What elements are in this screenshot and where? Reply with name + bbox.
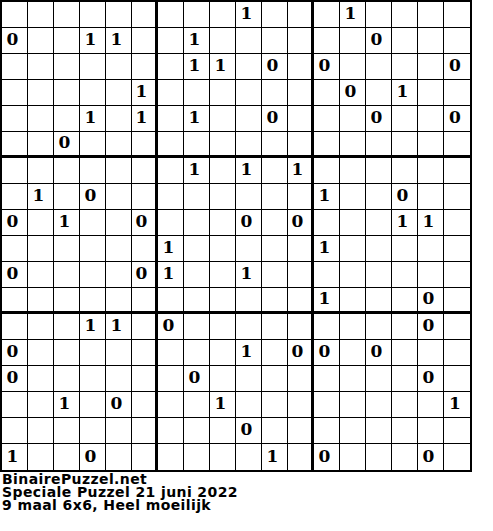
cell-r16-c0[interactable] [2, 418, 28, 444]
cell-r1-c7[interactable]: 1 [184, 28, 210, 54]
cell-r13-c11[interactable]: 0 [288, 340, 314, 366]
cell-r10-c10[interactable] [262, 262, 288, 288]
cell-r14-c14[interactable] [366, 366, 392, 392]
cell-r17-c2[interactable] [54, 444, 80, 470]
cell-r6-c8[interactable] [210, 158, 236, 184]
cell-r14-c7[interactable]: 0 [184, 366, 210, 392]
cell-r13-c3[interactable] [80, 340, 106, 366]
cell-r1-c14[interactable]: 0 [366, 28, 392, 54]
cell-r13-c13[interactable] [340, 340, 366, 366]
cell-r14-c17[interactable] [444, 366, 470, 392]
cell-r17-c12[interactable]: 0 [314, 444, 340, 470]
cell-r12-c13[interactable] [340, 314, 366, 340]
cell-r1-c17[interactable] [444, 28, 470, 54]
cell-r5-c11[interactable] [288, 132, 314, 158]
cell-r5-c12[interactable] [314, 132, 340, 158]
cell-r0-c13[interactable]: 1 [340, 2, 366, 28]
cell-r15-c8[interactable]: 1 [210, 392, 236, 418]
cell-r8-c7[interactable] [184, 210, 210, 236]
cell-r1-c16[interactable] [418, 28, 444, 54]
cell-r7-c8[interactable] [210, 184, 236, 210]
cell-r6-c10[interactable] [262, 158, 288, 184]
cell-r9-c15[interactable] [392, 236, 418, 262]
cell-r5-c10[interactable] [262, 132, 288, 158]
cell-r13-c15[interactable] [392, 340, 418, 366]
cell-r4-c8[interactable] [210, 106, 236, 132]
cell-r4-c16[interactable] [418, 106, 444, 132]
cell-r9-c3[interactable] [80, 236, 106, 262]
cell-r4-c11[interactable] [288, 106, 314, 132]
cell-r8-c17[interactable] [444, 210, 470, 236]
cell-r14-c8[interactable] [210, 366, 236, 392]
cell-r15-c13[interactable] [340, 392, 366, 418]
cell-r8-c11[interactable]: 0 [288, 210, 314, 236]
cell-r17-c10[interactable]: 1 [262, 444, 288, 470]
cell-r12-c3[interactable]: 1 [80, 314, 106, 340]
cell-r17-c7[interactable] [184, 444, 210, 470]
cell-r13-c17[interactable] [444, 340, 470, 366]
cell-r3-c9[interactable] [236, 80, 262, 106]
cell-r17-c4[interactable] [106, 444, 132, 470]
cell-r4-c0[interactable] [2, 106, 28, 132]
cell-r2-c6[interactable] [158, 54, 184, 80]
cell-r16-c7[interactable] [184, 418, 210, 444]
cell-r11-c4[interactable] [106, 288, 132, 314]
cell-r2-c5[interactable] [132, 54, 158, 80]
cell-r8-c12[interactable] [314, 210, 340, 236]
cell-r9-c16[interactable] [418, 236, 444, 262]
cell-r7-c9[interactable] [236, 184, 262, 210]
cell-r16-c5[interactable] [132, 418, 158, 444]
cell-r2-c0[interactable] [2, 54, 28, 80]
cell-r9-c11[interactable] [288, 236, 314, 262]
cell-r17-c13[interactable] [340, 444, 366, 470]
cell-r8-c8[interactable] [210, 210, 236, 236]
cell-r7-c12[interactable]: 1 [314, 184, 340, 210]
cell-r9-c13[interactable] [340, 236, 366, 262]
cell-r14-c10[interactable] [262, 366, 288, 392]
cell-r15-c17[interactable]: 1 [444, 392, 470, 418]
cell-r2-c14[interactable] [366, 54, 392, 80]
cell-r0-c3[interactable] [80, 2, 106, 28]
cell-r11-c3[interactable] [80, 288, 106, 314]
cell-r4-c2[interactable] [54, 106, 80, 132]
cell-r17-c11[interactable] [288, 444, 314, 470]
cell-r15-c2[interactable]: 1 [54, 392, 80, 418]
cell-r5-c4[interactable] [106, 132, 132, 158]
cell-r5-c8[interactable] [210, 132, 236, 158]
cell-r4-c10[interactable]: 0 [262, 106, 288, 132]
cell-r1-c10[interactable] [262, 28, 288, 54]
cell-r17-c17[interactable] [444, 444, 470, 470]
cell-r5-c1[interactable] [28, 132, 54, 158]
cell-r12-c8[interactable] [210, 314, 236, 340]
cell-r4-c5[interactable]: 1 [132, 106, 158, 132]
cell-r12-c17[interactable] [444, 314, 470, 340]
cell-r5-c13[interactable] [340, 132, 366, 158]
cell-r2-c16[interactable] [418, 54, 444, 80]
cell-r3-c6[interactable] [158, 80, 184, 106]
cell-r15-c7[interactable] [184, 392, 210, 418]
cell-r17-c5[interactable] [132, 444, 158, 470]
cell-r10-c1[interactable] [28, 262, 54, 288]
cell-r13-c5[interactable] [132, 340, 158, 366]
cell-r5-c6[interactable] [158, 132, 184, 158]
cell-r10-c7[interactable] [184, 262, 210, 288]
cell-r10-c8[interactable] [210, 262, 236, 288]
cell-r3-c17[interactable] [444, 80, 470, 106]
cell-r11-c9[interactable] [236, 288, 262, 314]
cell-r7-c14[interactable] [366, 184, 392, 210]
cell-r14-c4[interactable] [106, 366, 132, 392]
cell-r2-c7[interactable]: 1 [184, 54, 210, 80]
cell-r11-c12[interactable]: 1 [314, 288, 340, 314]
cell-r17-c1[interactable] [28, 444, 54, 470]
cell-r8-c15[interactable]: 1 [392, 210, 418, 236]
cell-r13-c9[interactable]: 1 [236, 340, 262, 366]
cell-r3-c3[interactable] [80, 80, 106, 106]
cell-r9-c7[interactable] [184, 236, 210, 262]
cell-r13-c10[interactable] [262, 340, 288, 366]
cell-r8-c1[interactable] [28, 210, 54, 236]
cell-r12-c5[interactable] [132, 314, 158, 340]
cell-r1-c8[interactable] [210, 28, 236, 54]
cell-r0-c11[interactable] [288, 2, 314, 28]
cell-r15-c0[interactable] [2, 392, 28, 418]
cell-r12-c2[interactable] [54, 314, 80, 340]
cell-r12-c4[interactable]: 1 [106, 314, 132, 340]
cell-r12-c6[interactable]: 0 [158, 314, 184, 340]
cell-r5-c3[interactable] [80, 132, 106, 158]
cell-r11-c14[interactable] [366, 288, 392, 314]
cell-r12-c1[interactable] [28, 314, 54, 340]
cell-r16-c9[interactable]: 0 [236, 418, 262, 444]
cell-r7-c5[interactable] [132, 184, 158, 210]
cell-r3-c5[interactable]: 1 [132, 80, 158, 106]
cell-r3-c16[interactable] [418, 80, 444, 106]
cell-r6-c6[interactable] [158, 158, 184, 184]
cell-r0-c9[interactable]: 1 [236, 2, 262, 28]
cell-r3-c13[interactable]: 0 [340, 80, 366, 106]
cell-r12-c7[interactable] [184, 314, 210, 340]
cell-r9-c17[interactable] [444, 236, 470, 262]
cell-r1-c13[interactable] [340, 28, 366, 54]
cell-r9-c2[interactable] [54, 236, 80, 262]
cell-r7-c1[interactable]: 1 [28, 184, 54, 210]
cell-r8-c5[interactable]: 0 [132, 210, 158, 236]
cell-r6-c3[interactable] [80, 158, 106, 184]
cell-r13-c1[interactable] [28, 340, 54, 366]
cell-r13-c2[interactable] [54, 340, 80, 366]
cell-r10-c0[interactable]: 0 [2, 262, 28, 288]
cell-r3-c7[interactable] [184, 80, 210, 106]
cell-r5-c17[interactable] [444, 132, 470, 158]
cell-r2-c4[interactable] [106, 54, 132, 80]
cell-r2-c8[interactable]: 1 [210, 54, 236, 80]
cell-r4-c4[interactable] [106, 106, 132, 132]
cell-r14-c15[interactable] [392, 366, 418, 392]
cell-r5-c9[interactable] [236, 132, 262, 158]
cell-r2-c10[interactable]: 0 [262, 54, 288, 80]
cell-r0-c8[interactable] [210, 2, 236, 28]
cell-r10-c15[interactable] [392, 262, 418, 288]
cell-r15-c6[interactable] [158, 392, 184, 418]
cell-r16-c13[interactable] [340, 418, 366, 444]
cell-r3-c4[interactable] [106, 80, 132, 106]
cell-r2-c13[interactable] [340, 54, 366, 80]
cell-r7-c6[interactable] [158, 184, 184, 210]
cell-r9-c8[interactable] [210, 236, 236, 262]
cell-r17-c14[interactable] [366, 444, 392, 470]
cell-r6-c17[interactable] [444, 158, 470, 184]
cell-r7-c3[interactable]: 0 [80, 184, 106, 210]
cell-r8-c13[interactable] [340, 210, 366, 236]
cell-r9-c4[interactable] [106, 236, 132, 262]
cell-r16-c14[interactable] [366, 418, 392, 444]
cell-r0-c10[interactable] [262, 2, 288, 28]
cell-r0-c17[interactable] [444, 2, 470, 28]
cell-r15-c9[interactable] [236, 392, 262, 418]
cell-r1-c12[interactable] [314, 28, 340, 54]
cell-r11-c11[interactable] [288, 288, 314, 314]
cell-r0-c2[interactable] [54, 2, 80, 28]
cell-r15-c14[interactable] [366, 392, 392, 418]
cell-r11-c1[interactable] [28, 288, 54, 314]
cell-r1-c0[interactable]: 0 [2, 28, 28, 54]
cell-r5-c16[interactable] [418, 132, 444, 158]
cell-r7-c11[interactable] [288, 184, 314, 210]
cell-r11-c10[interactable] [262, 288, 288, 314]
cell-r10-c11[interactable] [288, 262, 314, 288]
cell-r15-c10[interactable] [262, 392, 288, 418]
cell-r0-c15[interactable] [392, 2, 418, 28]
cell-r13-c0[interactable]: 0 [2, 340, 28, 366]
cell-r9-c0[interactable] [2, 236, 28, 262]
cell-r4-c3[interactable]: 1 [80, 106, 106, 132]
cell-r4-c17[interactable]: 0 [444, 106, 470, 132]
cell-r6-c14[interactable] [366, 158, 392, 184]
cell-r6-c11[interactable]: 1 [288, 158, 314, 184]
cell-r11-c7[interactable] [184, 288, 210, 314]
cell-r0-c16[interactable] [418, 2, 444, 28]
cell-r14-c9[interactable] [236, 366, 262, 392]
cell-r6-c1[interactable] [28, 158, 54, 184]
cell-r8-c10[interactable] [262, 210, 288, 236]
cell-r10-c14[interactable] [366, 262, 392, 288]
cell-r11-c6[interactable] [158, 288, 184, 314]
cell-r16-c2[interactable] [54, 418, 80, 444]
cell-r8-c9[interactable]: 0 [236, 210, 262, 236]
cell-r15-c11[interactable] [288, 392, 314, 418]
cell-r17-c15[interactable] [392, 444, 418, 470]
cell-r17-c8[interactable] [210, 444, 236, 470]
cell-r8-c16[interactable]: 1 [418, 210, 444, 236]
cell-r17-c6[interactable] [158, 444, 184, 470]
cell-r7-c7[interactable] [184, 184, 210, 210]
cell-r1-c1[interactable] [28, 28, 54, 54]
cell-r13-c16[interactable] [418, 340, 444, 366]
cell-r0-c7[interactable] [184, 2, 210, 28]
cell-r16-c12[interactable] [314, 418, 340, 444]
cell-r3-c12[interactable] [314, 80, 340, 106]
cell-r7-c0[interactable] [2, 184, 28, 210]
cell-r6-c15[interactable] [392, 158, 418, 184]
cell-r14-c5[interactable] [132, 366, 158, 392]
cell-r0-c5[interactable] [132, 2, 158, 28]
cell-r9-c12[interactable]: 1 [314, 236, 340, 262]
cell-r4-c9[interactable] [236, 106, 262, 132]
cell-r4-c13[interactable] [340, 106, 366, 132]
cell-r3-c8[interactable] [210, 80, 236, 106]
cell-r1-c6[interactable] [158, 28, 184, 54]
cell-r4-c15[interactable] [392, 106, 418, 132]
cell-r16-c1[interactable] [28, 418, 54, 444]
cell-r12-c15[interactable] [392, 314, 418, 340]
cell-r13-c6[interactable] [158, 340, 184, 366]
cell-r14-c16[interactable]: 0 [418, 366, 444, 392]
cell-r11-c17[interactable] [444, 288, 470, 314]
cell-r2-c15[interactable] [392, 54, 418, 80]
cell-r8-c14[interactable] [366, 210, 392, 236]
cell-r0-c14[interactable] [366, 2, 392, 28]
cell-r4-c14[interactable]: 0 [366, 106, 392, 132]
cell-r16-c16[interactable] [418, 418, 444, 444]
cell-r11-c13[interactable] [340, 288, 366, 314]
cell-r17-c9[interactable] [236, 444, 262, 470]
cell-r1-c11[interactable] [288, 28, 314, 54]
cell-r9-c5[interactable] [132, 236, 158, 262]
cell-r0-c6[interactable] [158, 2, 184, 28]
cell-r12-c10[interactable] [262, 314, 288, 340]
cell-r6-c2[interactable] [54, 158, 80, 184]
cell-r15-c1[interactable] [28, 392, 54, 418]
cell-r15-c16[interactable] [418, 392, 444, 418]
cell-r16-c11[interactable] [288, 418, 314, 444]
cell-r9-c10[interactable] [262, 236, 288, 262]
cell-r4-c12[interactable] [314, 106, 340, 132]
cell-r2-c3[interactable] [80, 54, 106, 80]
cell-r12-c11[interactable] [288, 314, 314, 340]
cell-r1-c3[interactable]: 1 [80, 28, 106, 54]
cell-r7-c2[interactable] [54, 184, 80, 210]
cell-r15-c5[interactable] [132, 392, 158, 418]
cell-r11-c8[interactable] [210, 288, 236, 314]
cell-r1-c15[interactable] [392, 28, 418, 54]
cell-r7-c13[interactable] [340, 184, 366, 210]
cell-r1-c2[interactable] [54, 28, 80, 54]
cell-r5-c15[interactable] [392, 132, 418, 158]
cell-r0-c1[interactable] [28, 2, 54, 28]
cell-r12-c12[interactable] [314, 314, 340, 340]
cell-r2-c11[interactable] [288, 54, 314, 80]
cell-r6-c5[interactable] [132, 158, 158, 184]
cell-r7-c17[interactable] [444, 184, 470, 210]
cell-r10-c13[interactable] [340, 262, 366, 288]
cell-r14-c3[interactable] [80, 366, 106, 392]
cell-r5-c5[interactable] [132, 132, 158, 158]
cell-r5-c14[interactable] [366, 132, 392, 158]
cell-r7-c4[interactable] [106, 184, 132, 210]
cell-r10-c16[interactable] [418, 262, 444, 288]
cell-r16-c10[interactable] [262, 418, 288, 444]
cell-r8-c0[interactable]: 0 [2, 210, 28, 236]
cell-r4-c7[interactable]: 1 [184, 106, 210, 132]
cell-r2-c2[interactable] [54, 54, 80, 80]
cell-r5-c0[interactable] [2, 132, 28, 158]
cell-r13-c12[interactable]: 0 [314, 340, 340, 366]
cell-r14-c6[interactable] [158, 366, 184, 392]
cell-r2-c9[interactable] [236, 54, 262, 80]
cell-r14-c13[interactable] [340, 366, 366, 392]
cell-r4-c1[interactable] [28, 106, 54, 132]
cell-r8-c6[interactable] [158, 210, 184, 236]
cell-r16-c6[interactable] [158, 418, 184, 444]
cell-r9-c14[interactable] [366, 236, 392, 262]
cell-r6-c12[interactable] [314, 158, 340, 184]
cell-r17-c3[interactable]: 0 [80, 444, 106, 470]
cell-r17-c0[interactable]: 1 [2, 444, 28, 470]
cell-r3-c2[interactable] [54, 80, 80, 106]
cell-r9-c9[interactable] [236, 236, 262, 262]
cell-r5-c2[interactable]: 0 [54, 132, 80, 158]
cell-r10-c5[interactable]: 0 [132, 262, 158, 288]
cell-r8-c2[interactable]: 1 [54, 210, 80, 236]
cell-r7-c16[interactable] [418, 184, 444, 210]
cell-r14-c2[interactable] [54, 366, 80, 392]
cell-r3-c1[interactable] [28, 80, 54, 106]
cell-r17-c16[interactable]: 0 [418, 444, 444, 470]
cell-r4-c6[interactable] [158, 106, 184, 132]
cell-r2-c17[interactable]: 0 [444, 54, 470, 80]
cell-r6-c4[interactable] [106, 158, 132, 184]
cell-r15-c15[interactable] [392, 392, 418, 418]
cell-r7-c15[interactable]: 0 [392, 184, 418, 210]
cell-r3-c15[interactable]: 1 [392, 80, 418, 106]
cell-r15-c3[interactable] [80, 392, 106, 418]
cell-r16-c17[interactable] [444, 418, 470, 444]
cell-r10-c6[interactable]: 1 [158, 262, 184, 288]
cell-r12-c0[interactable] [2, 314, 28, 340]
cell-r11-c15[interactable] [392, 288, 418, 314]
cell-r1-c9[interactable] [236, 28, 262, 54]
cell-r6-c0[interactable] [2, 158, 28, 184]
cell-r2-c1[interactable] [28, 54, 54, 80]
cell-r16-c15[interactable] [392, 418, 418, 444]
cell-r3-c11[interactable] [288, 80, 314, 106]
cell-r10-c12[interactable] [314, 262, 340, 288]
cell-r16-c8[interactable] [210, 418, 236, 444]
cell-r10-c4[interactable] [106, 262, 132, 288]
cell-r3-c14[interactable] [366, 80, 392, 106]
cell-r14-c0[interactable]: 0 [2, 366, 28, 392]
cell-r8-c3[interactable] [80, 210, 106, 236]
cell-r8-c4[interactable] [106, 210, 132, 236]
cell-r10-c2[interactable] [54, 262, 80, 288]
cell-r6-c13[interactable] [340, 158, 366, 184]
cell-r16-c3[interactable] [80, 418, 106, 444]
cell-r13-c7[interactable] [184, 340, 210, 366]
cell-r3-c0[interactable] [2, 80, 28, 106]
cell-r2-c12[interactable]: 0 [314, 54, 340, 80]
cell-r13-c8[interactable] [210, 340, 236, 366]
cell-r12-c16[interactable]: 0 [418, 314, 444, 340]
cell-r11-c16[interactable]: 0 [418, 288, 444, 314]
cell-r1-c4[interactable]: 1 [106, 28, 132, 54]
cell-r15-c4[interactable]: 0 [106, 392, 132, 418]
cell-r13-c14[interactable]: 0 [366, 340, 392, 366]
cell-r3-c10[interactable] [262, 80, 288, 106]
cell-r10-c3[interactable] [80, 262, 106, 288]
